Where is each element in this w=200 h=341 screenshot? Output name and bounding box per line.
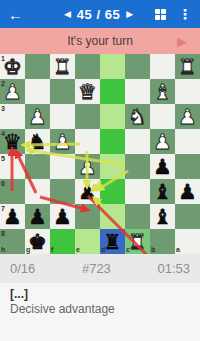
square-d2[interactable] — [100, 79, 125, 104]
piece-white-pawn: ♟ — [50, 129, 75, 154]
piece-black-pawn: ♟ — [25, 204, 50, 229]
file-label: b — [151, 246, 155, 253]
square-a8[interactable]: a — [175, 229, 200, 254]
square-a4[interactable] — [175, 129, 200, 154]
square-g7[interactable]: ♟ — [25, 204, 50, 229]
square-f7[interactable]: ♟ — [50, 204, 75, 229]
rank-label: 7 — [1, 205, 5, 212]
piece-white-queen: ♛ — [75, 79, 100, 104]
square-g4[interactable]: ♞ — [25, 129, 50, 154]
rank-label: 4 — [1, 130, 5, 137]
square-h4[interactable]: ♛4 — [0, 129, 25, 154]
piece-black-knight: ♞ — [25, 129, 50, 154]
square-b3[interactable] — [150, 104, 175, 129]
next-puzzle-icon[interactable]: ▶ — [126, 10, 133, 19]
square-d4[interactable] — [100, 129, 125, 154]
app-window: ← ◀ 45 / 65 ▶ ⋮ It's your turn ▶ ♚1♜♜♟2♛… — [0, 0, 200, 341]
rank-label: 8 — [1, 230, 5, 237]
rank-label: 1 — [1, 55, 5, 62]
square-f5[interactable] — [50, 154, 75, 179]
piece-white-pawn: ♟ — [75, 154, 100, 179]
puzzle-counter: 45 / 65 — [77, 7, 120, 22]
square-h6[interactable]: 6 — [0, 179, 25, 204]
square-g6[interactable] — [25, 179, 50, 204]
square-f4[interactable]: ♟ — [50, 129, 75, 154]
square-h5[interactable]: 5 — [0, 154, 25, 179]
square-c7[interactable] — [125, 204, 150, 229]
piece-white-knight: ♞ — [125, 104, 150, 129]
score-counter: 0/16 — [10, 261, 35, 276]
piece-white-pawn: ♟ — [150, 129, 175, 154]
square-a7[interactable] — [175, 204, 200, 229]
rank-label: 2 — [1, 80, 5, 87]
piece-white-rook: ♜ — [175, 54, 200, 79]
info-panel: [...] Decisive advantage — [0, 283, 200, 320]
overflow-menu-icon[interactable]: ⋮ — [178, 7, 192, 21]
square-g5[interactable] — [25, 154, 50, 179]
play-icon[interactable]: ▶ — [177, 35, 187, 48]
piece-black-pawn: ♟ — [175, 179, 200, 204]
square-c5[interactable] — [125, 154, 150, 179]
square-h2[interactable]: ♟2 — [0, 79, 25, 104]
square-d3[interactable] — [100, 104, 125, 129]
square-h1[interactable]: ♚1 — [0, 54, 25, 79]
rank-label: 3 — [1, 105, 5, 112]
piece-white-pawn: ♟ — [25, 104, 50, 129]
square-b6[interactable]: ♝ — [150, 179, 175, 204]
square-e8[interactable]: e — [75, 229, 100, 254]
back-icon[interactable]: ← — [8, 6, 42, 23]
piece-black-pawn: ♟ — [150, 154, 175, 179]
square-c3[interactable]: ♞ — [125, 104, 150, 129]
square-h3[interactable]: 3 — [0, 104, 25, 129]
square-g8[interactable]: ♚g — [25, 229, 50, 254]
piece-white-pawn: ♟ — [175, 104, 200, 129]
file-label: g — [26, 246, 30, 253]
square-e7[interactable] — [75, 204, 100, 229]
square-f3[interactable] — [50, 104, 75, 129]
square-b7[interactable]: ♝ — [150, 204, 175, 229]
file-label: a — [176, 246, 180, 253]
square-b5[interactable]: ♟ — [150, 154, 175, 179]
board-area: ♚1♜♜♟2♛♝3♟♞♟♛4♞♟♟5♟♟6♟♝♟♟7♟♟♝8h♚gfe♜d♜cb… — [0, 54, 200, 254]
square-c2[interactable] — [125, 79, 150, 104]
square-a1[interactable]: ♜ — [175, 54, 200, 79]
square-b4[interactable]: ♟ — [150, 129, 175, 154]
turn-banner-text: It's your turn — [67, 34, 133, 48]
square-g1[interactable] — [25, 54, 50, 79]
rank-label: 6 — [1, 180, 5, 187]
turn-banner: It's your turn ▶ — [0, 28, 200, 54]
square-f6[interactable] — [50, 179, 75, 204]
square-d7[interactable] — [100, 204, 125, 229]
square-d5[interactable] — [100, 154, 125, 179]
file-label: c — [126, 246, 130, 253]
square-a6[interactable]: ♟ — [175, 179, 200, 204]
square-d8[interactable]: ♜d — [100, 229, 125, 254]
piece-black-bishop: ♝ — [150, 179, 175, 204]
square-d1[interactable] — [100, 54, 125, 79]
square-f1[interactable]: ♜ — [50, 54, 75, 79]
square-a3[interactable]: ♟ — [175, 104, 200, 129]
square-a2[interactable] — [175, 79, 200, 104]
file-label: h — [1, 246, 5, 253]
previous-puzzle-icon[interactable]: ◀ — [64, 10, 71, 19]
file-label: d — [101, 246, 105, 253]
file-label: f — [51, 246, 53, 253]
square-c1[interactable] — [125, 54, 150, 79]
square-g2[interactable] — [25, 79, 50, 104]
square-e3[interactable] — [75, 104, 100, 129]
puzzle-navigator: ◀ 45 / 65 ▶ — [42, 7, 155, 22]
square-h8[interactable]: 8h — [0, 229, 25, 254]
file-label: e — [76, 246, 80, 253]
rank-label: 5 — [1, 155, 5, 162]
piece-black-pawn: ♟ — [75, 179, 100, 204]
puzzle-id: #723 — [82, 261, 111, 276]
piece-black-pawn: ♟ — [50, 204, 75, 229]
top-bar-actions: ⋮ — [155, 7, 192, 21]
top-bar: ← ◀ 45 / 65 ▶ ⋮ — [0, 0, 200, 28]
square-g3[interactable]: ♟ — [25, 104, 50, 129]
chess-board: ♚1♜♜♟2♛♝3♟♞♟♛4♞♟♟5♟♟6♟♝♟♟7♟♟♝8h♚gfe♜d♜cb… — [0, 54, 200, 254]
square-h7[interactable]: ♟7 — [0, 204, 25, 229]
piece-white-rook: ♜ — [50, 54, 75, 79]
timer: 01:53 — [157, 261, 190, 276]
square-a5[interactable] — [175, 154, 200, 179]
square-e1[interactable] — [75, 54, 100, 79]
square-d6[interactable] — [100, 179, 125, 204]
square-c4[interactable] — [125, 129, 150, 154]
piece-white-bishop: ♝ — [150, 79, 175, 104]
evaluation-text: Decisive advantage — [10, 302, 190, 316]
square-e4[interactable] — [75, 129, 100, 154]
square-e5[interactable]: ♟ — [75, 154, 100, 179]
piece-black-bishop: ♝ — [150, 204, 175, 229]
square-e6[interactable]: ♟ — [75, 179, 100, 204]
square-c8[interactable]: ♜c — [125, 229, 150, 254]
square-f2[interactable] — [50, 79, 75, 104]
square-b2[interactable]: ♝ — [150, 79, 175, 104]
square-b8[interactable]: b — [150, 229, 175, 254]
square-f8[interactable]: f — [50, 229, 75, 254]
status-bar: 0/16 #723 01:53 — [0, 254, 200, 283]
square-e2[interactable]: ♛ — [75, 79, 100, 104]
move-list[interactable]: [...] — [10, 287, 190, 301]
apps-grid-icon[interactable] — [155, 9, 166, 20]
square-b1[interactable] — [150, 54, 175, 79]
square-c6[interactable] — [125, 179, 150, 204]
